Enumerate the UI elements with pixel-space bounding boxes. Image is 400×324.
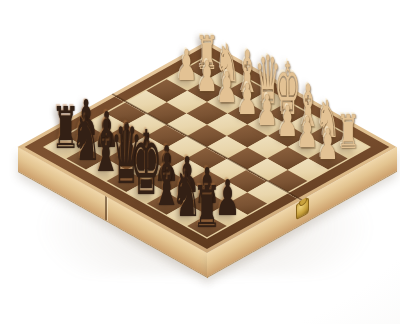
white-pawn[interactable]: ♟ xyxy=(176,45,198,87)
white-rook[interactable]: ♜ xyxy=(337,109,360,156)
white-pawn[interactable]: ♟ xyxy=(297,112,319,154)
fold-seam-side-icon xyxy=(105,196,107,221)
white-pawn[interactable]: ♟ xyxy=(236,78,258,120)
white-pawn[interactable]: ♟ xyxy=(257,90,279,132)
white-pawn[interactable]: ♟ xyxy=(277,101,299,143)
black-rook[interactable]: ♜ xyxy=(52,100,80,158)
white-pawn[interactable]: ♟ xyxy=(317,124,339,166)
white-pawn[interactable]: ♟ xyxy=(216,67,238,109)
chess-set-photo: ♜♞♝♛♚♝♞♜♟♟♟♟♟♟♟♟♟♟♟♟♟♟♟♟♜♞♝♛♚♝♞♜ xyxy=(0,0,400,324)
white-pawn[interactable]: ♟ xyxy=(196,56,218,98)
